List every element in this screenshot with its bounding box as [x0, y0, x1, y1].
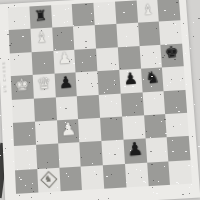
- chess-board: US CHESS ♜♝♝♟♚♚♛♟♟♞♟♟♞: [0, 0, 200, 200]
- square-d7[interactable]: [73, 25, 96, 49]
- square-g8[interactable]: ♝: [136, 0, 159, 23]
- white-bishop-b7[interactable]: ♝: [30, 30, 53, 46]
- square-b2[interactable]: [36, 144, 59, 169]
- white-pawn-c3[interactable]: ♟: [56, 120, 79, 139]
- square-c4[interactable]: [55, 96, 78, 121]
- square-d3[interactable]: [78, 118, 101, 143]
- black-rook-b8[interactable]: ♜: [29, 8, 51, 24]
- square-d1[interactable]: [81, 165, 104, 190]
- square-b4[interactable]: [34, 97, 57, 122]
- square-b6[interactable]: [31, 51, 54, 75]
- square-e5[interactable]: [97, 70, 120, 94]
- square-c3[interactable]: ♟: [56, 119, 79, 144]
- square-d5[interactable]: [76, 71, 99, 95]
- square-g3[interactable]: [144, 114, 167, 139]
- square-f5[interactable]: ♟: [119, 69, 142, 93]
- white-queen-b5[interactable]: ♛: [32, 75, 55, 93]
- square-b8[interactable]: ♜: [29, 5, 52, 29]
- square-f8[interactable]: [115, 0, 138, 24]
- square-g7[interactable]: [138, 22, 161, 46]
- square-d6[interactable]: [74, 48, 97, 72]
- square-c2[interactable]: [58, 142, 81, 167]
- square-d8[interactable]: [72, 3, 95, 27]
- board-grid: ♜♝♝♟♚♚♛♟♟♞♟♟♞: [8, 0, 192, 194]
- square-h8[interactable]: [157, 0, 180, 22]
- square-a1[interactable]: [15, 169, 38, 194]
- photo-background: US CHESS ♜♝♝♟♚♚♛♟♟♞♟♟♞: [0, 0, 200, 200]
- square-c8[interactable]: [51, 4, 74, 28]
- square-h6[interactable]: ♚: [161, 43, 184, 67]
- square-a5[interactable]: ♚: [11, 75, 34, 99]
- square-a2[interactable]: [14, 145, 37, 170]
- square-e8[interactable]: [93, 2, 116, 26]
- square-c1[interactable]: [59, 166, 82, 191]
- white-pawn-c6[interactable]: ♟: [53, 51, 76, 68]
- square-g5[interactable]: ♞: [141, 68, 164, 92]
- square-b5[interactable]: ♛: [32, 74, 55, 98]
- square-a8[interactable]: [8, 6, 30, 30]
- square-h3[interactable]: [165, 113, 188, 138]
- square-h5[interactable]: [162, 66, 185, 90]
- square-g4[interactable]: [142, 91, 165, 116]
- square-e2[interactable]: [101, 140, 124, 165]
- black-pawn-c5[interactable]: ♟: [54, 74, 77, 92]
- square-b7[interactable]: ♝: [30, 28, 53, 52]
- black-pawn-f2[interactable]: ♟: [123, 139, 146, 159]
- square-f1[interactable]: [125, 162, 148, 187]
- square-h2[interactable]: [167, 136, 191, 161]
- square-c5[interactable]: ♟: [54, 73, 77, 97]
- square-f2[interactable]: ♟: [123, 139, 146, 164]
- square-e4[interactable]: [99, 93, 122, 118]
- square-h4[interactable]: [164, 89, 187, 114]
- black-king-h6[interactable]: ♚: [161, 45, 184, 62]
- brand-logo-knight: ♞: [37, 167, 60, 192]
- square-b3[interactable]: [35, 120, 58, 145]
- square-a3[interactable]: [13, 121, 36, 146]
- square-e7[interactable]: [95, 24, 118, 48]
- square-g6[interactable]: [139, 45, 162, 69]
- square-f7[interactable]: [116, 23, 139, 47]
- black-knight-g5[interactable]: ♞: [140, 69, 163, 87]
- square-f3[interactable]: [122, 115, 145, 140]
- square-g2[interactable]: [145, 137, 168, 162]
- square-c7[interactable]: [52, 27, 75, 51]
- square-e1[interactable]: [103, 164, 126, 189]
- square-h7[interactable]: [159, 21, 182, 45]
- white-bishop-g8[interactable]: ♝: [136, 2, 159, 18]
- square-f6[interactable]: [118, 46, 141, 70]
- square-a7[interactable]: [9, 29, 32, 53]
- white-king-a5[interactable]: ♚: [11, 76, 34, 94]
- black-pawn-f5[interactable]: ♟: [119, 70, 142, 88]
- board-brand-text: US CHESS: [1, 61, 7, 93]
- square-h1[interactable]: [169, 160, 193, 185]
- square-b1[interactable]: ♞: [37, 167, 60, 192]
- logo-knight-icon: ♞: [44, 175, 53, 185]
- square-e6[interactable]: [96, 47, 119, 71]
- square-d2[interactable]: [80, 141, 103, 166]
- square-a4[interactable]: [12, 98, 35, 123]
- square-f4[interactable]: [120, 92, 143, 117]
- square-e3[interactable]: [100, 116, 123, 141]
- square-a6[interactable]: [10, 52, 33, 76]
- square-c6[interactable]: ♟: [53, 50, 76, 74]
- square-g1[interactable]: [147, 161, 171, 186]
- square-d4[interactable]: [77, 94, 100, 119]
- photo-frame: US CHESS ♜♝♝♟♚♚♛♟♟♞♟♟♞: [0, 0, 200, 200]
